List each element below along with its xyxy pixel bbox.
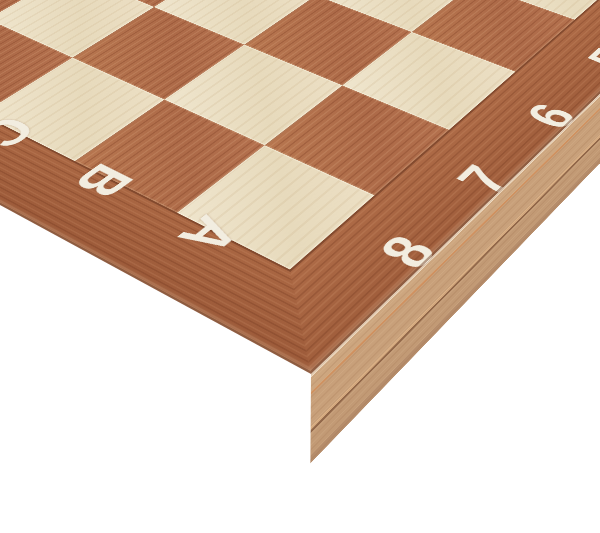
chess-box-scene: A8B7C6D5E4F3G2H1 [0, 0, 600, 533]
product-photo-stage: A8B7C6D5E4F3G2H1 [0, 0, 600, 533]
